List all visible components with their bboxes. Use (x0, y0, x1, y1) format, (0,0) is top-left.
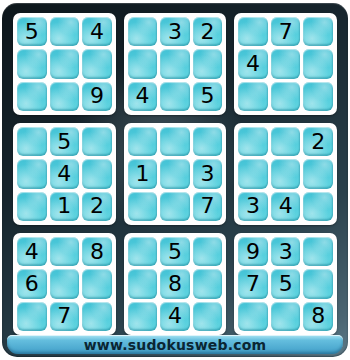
cell-r5c8[interactable] (271, 159, 301, 188)
cell-r2c6[interactable] (193, 49, 223, 78)
cell-r8c6[interactable] (193, 269, 223, 298)
cell-r5c6[interactable]: 3 (193, 159, 223, 188)
cell-r5c3[interactable] (82, 159, 112, 188)
cell-r6c3[interactable]: 2 (82, 192, 112, 221)
cell-r2c8[interactable] (271, 49, 301, 78)
box-2-1: 5412 (13, 123, 116, 225)
cell-r5c5[interactable] (160, 159, 190, 188)
cell-r9c9[interactable]: 8 (303, 302, 333, 331)
cell-r7c5[interactable]: 5 (160, 237, 190, 266)
cell-r7c6[interactable] (193, 237, 223, 266)
cell-r3c8[interactable] (271, 82, 301, 111)
cell-r8c3[interactable] (82, 269, 112, 298)
cell-r5c9[interactable] (303, 159, 333, 188)
cell-r8c8[interactable]: 5 (271, 269, 301, 298)
cell-r8c5[interactable]: 8 (160, 269, 190, 298)
cell-r7c8[interactable]: 3 (271, 237, 301, 266)
board-frame: 5493245745412137234486758493758 www.sudo… (2, 3, 348, 357)
cell-r6c5[interactable] (160, 192, 190, 221)
cell-r9c3[interactable] (82, 302, 112, 331)
cell-r2c5[interactable] (160, 49, 190, 78)
cell-r4c4[interactable] (128, 127, 158, 156)
cell-r4c3[interactable] (82, 127, 112, 156)
cell-r4c8[interactable] (271, 127, 301, 156)
cell-r5c4[interactable]: 1 (128, 159, 158, 188)
cell-r3c1[interactable] (17, 82, 47, 111)
cell-r7c1[interactable]: 4 (17, 237, 47, 266)
box-3-2: 584 (124, 233, 227, 335)
cell-r3c5[interactable] (160, 82, 190, 111)
cell-r2c7[interactable]: 4 (238, 49, 268, 78)
cell-r2c4[interactable] (128, 49, 158, 78)
cell-r7c2[interactable] (50, 237, 80, 266)
cell-r6c9[interactable] (303, 192, 333, 221)
cell-r6c6[interactable]: 7 (193, 192, 223, 221)
cell-r5c1[interactable] (17, 159, 47, 188)
cell-r4c6[interactable] (193, 127, 223, 156)
cell-r6c1[interactable] (17, 192, 47, 221)
cell-r1c5[interactable]: 3 (160, 17, 190, 46)
cell-r4c5[interactable] (160, 127, 190, 156)
cell-r4c7[interactable] (238, 127, 268, 156)
box-1-2: 3245 (124, 13, 227, 115)
cell-r4c9[interactable]: 2 (303, 127, 333, 156)
cell-r1c8[interactable]: 7 (271, 17, 301, 46)
cell-r2c2[interactable] (50, 49, 80, 78)
cell-r9c5[interactable]: 4 (160, 302, 190, 331)
box-2-2: 137 (124, 123, 227, 225)
cell-r7c3[interactable]: 8 (82, 237, 112, 266)
cell-r7c4[interactable] (128, 237, 158, 266)
cell-r1c3[interactable]: 4 (82, 17, 112, 46)
cell-r4c1[interactable] (17, 127, 47, 156)
cell-r9c4[interactable] (128, 302, 158, 331)
cell-r8c1[interactable]: 6 (17, 269, 47, 298)
cell-r5c2[interactable]: 4 (50, 159, 80, 188)
cell-r9c6[interactable] (193, 302, 223, 331)
cell-r9c7[interactable] (238, 302, 268, 331)
cell-r1c7[interactable] (238, 17, 268, 46)
cell-r5c7[interactable] (238, 159, 268, 188)
cell-r9c8[interactable] (271, 302, 301, 331)
cell-r2c3[interactable] (82, 49, 112, 78)
cell-r3c3[interactable]: 9 (82, 82, 112, 111)
cell-r6c2[interactable]: 1 (50, 192, 80, 221)
cell-r6c7[interactable]: 3 (238, 192, 268, 221)
cell-r1c4[interactable] (128, 17, 158, 46)
cell-r4c2[interactable]: 5 (50, 127, 80, 156)
cell-r9c2[interactable]: 7 (50, 302, 80, 331)
cell-r7c7[interactable]: 9 (238, 237, 268, 266)
cell-r8c2[interactable] (50, 269, 80, 298)
cell-r3c4[interactable]: 4 (128, 82, 158, 111)
footer-bar: www.sudokusweb.com (7, 335, 343, 354)
sudoku-board: 5493245745412137234486758493758 (13, 13, 337, 335)
cell-r3c2[interactable] (50, 82, 80, 111)
cell-r6c8[interactable]: 4 (271, 192, 301, 221)
site-url-link[interactable]: www.sudokusweb.com (84, 337, 267, 353)
sudoku-widget: 5493245745412137234486758493758 www.sudo… (0, 0, 350, 360)
cell-r8c9[interactable] (303, 269, 333, 298)
cell-r8c4[interactable] (128, 269, 158, 298)
cell-r2c1[interactable] (17, 49, 47, 78)
cell-r7c9[interactable] (303, 237, 333, 266)
box-2-3: 234 (234, 123, 337, 225)
cell-r6c4[interactable] (128, 192, 158, 221)
cell-r1c2[interactable] (50, 17, 80, 46)
box-1-3: 74 (234, 13, 337, 115)
cell-r9c1[interactable] (17, 302, 47, 331)
box-3-1: 4867 (13, 233, 116, 335)
cell-r2c9[interactable] (303, 49, 333, 78)
box-1-1: 549 (13, 13, 116, 115)
cell-r1c1[interactable]: 5 (17, 17, 47, 46)
cell-r8c7[interactable]: 7 (238, 269, 268, 298)
cell-r1c9[interactable] (303, 17, 333, 46)
cell-r1c6[interactable]: 2 (193, 17, 223, 46)
cell-r3c7[interactable] (238, 82, 268, 111)
cell-r3c6[interactable]: 5 (193, 82, 223, 111)
cell-r3c9[interactable] (303, 82, 333, 111)
box-3-3: 93758 (234, 233, 337, 335)
